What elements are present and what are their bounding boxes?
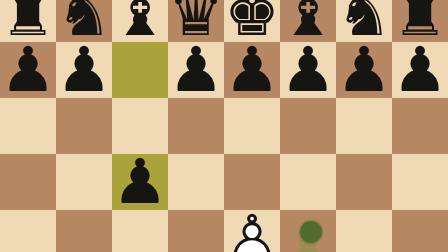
square-h5[interactable]: [392, 154, 448, 210]
square-g5[interactable]: [336, 154, 392, 210]
square-h7[interactable]: ♟: [392, 42, 448, 98]
square-c6[interactable]: [112, 98, 168, 154]
black-rook[interactable]: ♜: [0, 0, 56, 42]
black-bishop[interactable]: ♝: [280, 0, 336, 42]
black-king[interactable]: ♚: [224, 0, 280, 42]
square-c8[interactable]: ♝: [112, 0, 168, 42]
square-e7[interactable]: ♟: [224, 42, 280, 98]
square-g4[interactable]: [336, 210, 392, 252]
square-g7[interactable]: ♟: [336, 42, 392, 98]
square-a4[interactable]: [0, 210, 56, 252]
hint-dot-icon: [300, 221, 322, 243]
square-d7[interactable]: ♟: [168, 42, 224, 98]
square-d8[interactable]: ♛: [168, 0, 224, 42]
chess-board-viewport: ♜♞♝♛♚♝♞♜♟♟♟♟♟♟♟♟♟♙♟: [0, 0, 448, 252]
square-d5[interactable]: [168, 154, 224, 210]
black-pawn[interactable]: ♟: [168, 42, 224, 98]
black-pawn[interactable]: ♟: [280, 42, 336, 98]
square-b5[interactable]: [56, 154, 112, 210]
square-f8[interactable]: ♝: [280, 0, 336, 42]
black-pawn[interactable]: ♟: [112, 154, 168, 210]
black-pawn[interactable]: ♟: [392, 42, 448, 98]
square-f7[interactable]: ♟: [280, 42, 336, 98]
square-c5[interactable]: ♟: [112, 154, 168, 210]
square-e4[interactable]: ♟♙: [224, 210, 280, 252]
square-e8[interactable]: ♚: [224, 0, 280, 42]
square-d4[interactable]: [168, 210, 224, 252]
square-a5[interactable]: [0, 154, 56, 210]
white-pawn[interactable]: ♙: [224, 210, 280, 252]
square-a6[interactable]: [0, 98, 56, 154]
black-queen[interactable]: ♛: [168, 0, 224, 42]
square-d6[interactable]: [168, 98, 224, 154]
white-pawn-fill[interactable]: ♟: [224, 210, 280, 252]
square-b6[interactable]: [56, 98, 112, 154]
black-pawn[interactable]: ♟: [0, 42, 56, 98]
square-a7[interactable]: ♟: [0, 42, 56, 98]
black-pawn[interactable]: ♟: [336, 42, 392, 98]
black-knight[interactable]: ♞: [336, 0, 392, 42]
black-knight[interactable]: ♞: [56, 0, 112, 42]
square-h8[interactable]: ♜: [392, 0, 448, 42]
square-a8[interactable]: ♜: [0, 0, 56, 42]
square-c4[interactable]: [112, 210, 168, 252]
square-e6[interactable]: [224, 98, 280, 154]
chess-board: ♜♞♝♛♚♝♞♜♟♟♟♟♟♟♟♟♟♙♟: [0, 0, 448, 252]
square-f5[interactable]: [280, 154, 336, 210]
square-b4[interactable]: [56, 210, 112, 252]
black-bishop[interactable]: ♝: [112, 0, 168, 42]
black-pawn[interactable]: ♟: [224, 42, 280, 98]
square-f4[interactable]: ♟: [280, 210, 336, 252]
square-e5[interactable]: [224, 154, 280, 210]
black-rook[interactable]: ♜: [392, 0, 448, 42]
square-f6[interactable]: [280, 98, 336, 154]
square-c7[interactable]: [112, 42, 168, 98]
square-b7[interactable]: ♟: [56, 42, 112, 98]
square-h4[interactable]: [392, 210, 448, 252]
square-g8[interactable]: ♞: [336, 0, 392, 42]
black-pawn[interactable]: ♟: [56, 42, 112, 98]
square-b8[interactable]: ♞: [56, 0, 112, 42]
square-h6[interactable]: [392, 98, 448, 154]
square-g6[interactable]: [336, 98, 392, 154]
